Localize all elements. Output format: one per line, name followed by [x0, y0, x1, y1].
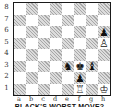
square-g1 [86, 84, 98, 96]
rank-label-6: 6 [0, 25, 13, 37]
square-c7 [38, 15, 50, 27]
rank-label-2: 2 [0, 71, 13, 83]
file-label-b: b [25, 96, 37, 103]
square-e1 [62, 84, 74, 96]
rank-labels: 87654321 [0, 2, 13, 94]
file-label-f: f [73, 96, 85, 103]
white-pawn-piece: ♙ [98, 38, 110, 50]
rank-label-7: 7 [0, 14, 13, 26]
square-h6: ♟ [98, 26, 110, 38]
black-king-piece: ♚ [74, 61, 86, 73]
rank-label-4: 4 [0, 48, 13, 60]
square-g2 [86, 72, 98, 84]
rank-label-8: 8 [0, 2, 13, 14]
rank-label-3: 3 [0, 60, 13, 72]
square-h7 [98, 15, 110, 27]
square-a1 [14, 84, 26, 96]
file-label-h: h [97, 96, 109, 103]
square-e6 [62, 26, 74, 38]
rank-label-5: 5 [0, 37, 13, 49]
square-d4 [50, 49, 62, 61]
square-f1: ♖ [74, 84, 86, 96]
square-f2: ♟ [74, 72, 86, 84]
square-h8 [98, 3, 110, 15]
square-d2 [50, 72, 62, 84]
square-c5 [38, 38, 50, 50]
square-c1 [38, 84, 50, 96]
square-a5 [14, 38, 26, 50]
square-a8 [14, 3, 26, 15]
square-h3 [98, 61, 110, 73]
square-a4 [14, 49, 26, 61]
square-f7 [74, 15, 86, 27]
square-b7 [26, 15, 38, 27]
file-labels: abcdefgh [13, 96, 109, 103]
square-b8 [26, 3, 38, 15]
square-c3 [38, 61, 50, 73]
square-b5 [26, 38, 38, 50]
square-h5: ♙ [98, 38, 110, 50]
square-f4 [74, 49, 86, 61]
square-d7 [50, 15, 62, 27]
square-e2 [62, 72, 74, 84]
square-c8 [38, 3, 50, 15]
square-b1 [26, 84, 38, 96]
square-b6 [26, 26, 38, 38]
square-c2 [38, 72, 50, 84]
square-g5 [86, 38, 98, 50]
square-a6 [14, 26, 26, 38]
square-e4 [62, 49, 74, 61]
square-g3: ♝ [86, 61, 98, 73]
square-b4 [26, 49, 38, 61]
file-label-d: d [49, 96, 61, 103]
square-e8 [62, 3, 74, 15]
square-h4 [98, 49, 110, 61]
square-f6 [74, 26, 86, 38]
white-king-piece: ♔ [98, 84, 110, 96]
square-d5 [50, 38, 62, 50]
caption: BLACK'S WORST MOVE? [0, 103, 119, 107]
square-g8 [86, 3, 98, 15]
black-pawn-piece: ♟ [74, 72, 86, 84]
black-pawn-piece: ♟ [98, 26, 110, 38]
square-b3 [26, 61, 38, 73]
black-knight-piece: ♞ [62, 61, 74, 73]
square-c6 [38, 26, 50, 38]
square-a7 [14, 15, 26, 27]
file-label-c: c [37, 96, 49, 103]
square-g4 [86, 49, 98, 61]
white-rook-piece: ♖ [74, 84, 86, 96]
square-e3: ♞ [62, 61, 74, 73]
file-label-e: e [61, 96, 73, 103]
square-d8 [50, 3, 62, 15]
chess-diagram: 87654321 ♟♙♞♚♝♟♖♔ abcdefgh BLACK'S WORST… [0, 0, 119, 107]
square-f5 [74, 38, 86, 50]
square-b2 [26, 72, 38, 84]
file-label-a: a [13, 96, 25, 103]
square-f3: ♚ [74, 61, 86, 73]
square-d1 [50, 84, 62, 96]
square-g6 [86, 26, 98, 38]
file-label-g: g [85, 96, 97, 103]
square-e5 [62, 38, 74, 50]
square-h2 [98, 72, 110, 84]
square-c4 [38, 49, 50, 61]
square-g7 [86, 15, 98, 27]
square-d6 [50, 26, 62, 38]
square-h1: ♔ [98, 84, 110, 96]
square-a2 [14, 72, 26, 84]
black-bishop-piece: ♝ [86, 61, 98, 73]
square-e7 [62, 15, 74, 27]
square-f8 [74, 3, 86, 15]
square-a3 [14, 61, 26, 73]
square-d3 [50, 61, 62, 73]
chess-board: ♟♙♞♚♝♟♖♔ [13, 2, 111, 96]
rank-label-1: 1 [0, 83, 13, 95]
